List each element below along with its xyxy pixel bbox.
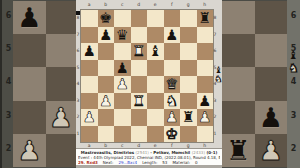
square-g4[interactable] (180, 76, 197, 93)
file-label-e: e (147, 2, 164, 8)
black-piece-p[interactable]: ♟ (164, 27, 181, 44)
square-d4[interactable] (131, 76, 148, 93)
square-f8[interactable] (164, 10, 181, 27)
file-label-c: c (114, 2, 131, 8)
background-square: ♟ (255, 134, 288, 167)
square-a5[interactable] (81, 60, 98, 77)
file-labels-top: abcdefgh (81, 2, 213, 8)
square-f6[interactable] (164, 43, 181, 60)
rank-label-2: 2 (76, 109, 80, 126)
file-label-a: a (81, 2, 98, 8)
square-a8[interactable] (81, 10, 98, 27)
background-square (255, 67, 288, 100)
rank-label-3: 3 (213, 93, 217, 110)
square-g7[interactable] (180, 27, 197, 44)
black-piece-q[interactable]: ♛ (114, 27, 131, 44)
square-d5[interactable] (131, 60, 148, 77)
background-white-piece-p: ♟ (46, 101, 77, 134)
black-piece-r[interactable]: ♜ (197, 10, 214, 27)
square-b4[interactable] (98, 76, 115, 93)
background-square (255, 1, 288, 34)
background-white-piece-p: ♟ (255, 134, 288, 167)
background-square: ♟ (13, 1, 46, 34)
background-square: ♟ (255, 101, 288, 134)
square-e4[interactable] (147, 76, 164, 93)
square-c3[interactable] (114, 93, 131, 110)
game-info-box: Mastrovasilis, Dimitrios (2541) - Petkov… (76, 148, 222, 165)
square-f3[interactable]: ♞ (164, 93, 181, 110)
square-d7[interactable] (131, 27, 148, 44)
square-e1[interactable] (147, 126, 164, 143)
white-piece-p[interactable]: ♟ (197, 109, 214, 126)
square-g1[interactable] (180, 126, 197, 143)
square-e2[interactable] (147, 109, 164, 126)
square-h5[interactable] (197, 60, 214, 77)
bottom-margin (76, 165, 222, 168)
file-label-d: d (131, 2, 148, 8)
square-e3[interactable] (147, 93, 164, 110)
background-black-piece-p: ♟ (255, 101, 288, 134)
square-f5[interactable] (164, 60, 181, 77)
background-black-piece-r: ♜ (222, 134, 255, 167)
background-black-piece-p: ♟ (13, 1, 46, 34)
white-piece-r[interactable]: ♜ (131, 93, 148, 110)
background-square (222, 101, 255, 134)
square-g6[interactable] (180, 43, 197, 60)
square-f4[interactable]: ♛ (164, 76, 181, 93)
square-b6[interactable] (98, 43, 115, 60)
background-square (46, 34, 77, 67)
square-a7[interactable] (81, 27, 98, 44)
background-square (222, 67, 255, 100)
square-c8[interactable] (114, 10, 131, 27)
background-square: ♜ (222, 134, 255, 167)
rank-labels-left: 87654321 (76, 10, 80, 142)
black-piece-r[interactable]: ♜ (180, 109, 197, 126)
square-d2[interactable] (131, 109, 148, 126)
white-piece-p[interactable]: ♟ (98, 93, 115, 110)
background-square: ♟ (13, 134, 46, 167)
material-white-knight-icon: ♞ (214, 75, 223, 84)
background-square (13, 101, 46, 134)
square-h1[interactable] (197, 126, 214, 143)
white-piece-p[interactable]: ♟ (114, 76, 131, 93)
background-squares-right: ♟♜♟ (222, 1, 287, 167)
square-c6[interactable] (114, 43, 131, 60)
white-piece-p[interactable]: ♟ (81, 109, 98, 126)
square-e6[interactable]: ♝ (147, 43, 164, 60)
square-e7[interactable] (147, 27, 164, 44)
white-piece-p[interactable]: ♟ (164, 109, 181, 126)
square-h6[interactable] (197, 43, 214, 60)
square-h8[interactable]: ♜ (197, 10, 214, 27)
square-f7[interactable]: ♟ (164, 27, 181, 44)
rank-label-6: 6 (76, 43, 80, 60)
background-square (255, 34, 288, 67)
square-h4[interactable] (197, 76, 214, 93)
square-a3[interactable] (81, 93, 98, 110)
square-a1[interactable] (81, 126, 98, 143)
black-piece-p[interactable]: ♟ (98, 27, 115, 44)
square-h7[interactable] (197, 27, 214, 44)
rank-label-6: 6 (213, 43, 217, 60)
square-e5[interactable] (147, 60, 164, 77)
rank-label-2: 2 (213, 109, 217, 126)
background-square (46, 67, 77, 100)
square-d1[interactable] (131, 126, 148, 143)
video-frame: 65432 ♟♟♟ ♝ ♞ 65432 ♟♜♟ abcdefgh 8765432… (0, 0, 300, 168)
square-c1[interactable] (114, 126, 131, 143)
black-piece-k[interactable]: ♚ (98, 10, 115, 27)
square-c4[interactable]: ♟ (114, 76, 131, 93)
black-piece-p[interactable]: ♟ (114, 60, 131, 77)
file-label-g: g (180, 2, 197, 8)
square-a2[interactable]: ♟ (81, 109, 98, 126)
white-piece-r[interactable]: ♜ (131, 43, 148, 60)
background-square (13, 67, 46, 100)
background-rank-label-4: 4 (287, 77, 300, 86)
rank-label-7: 7 (76, 27, 80, 44)
white-piece-k[interactable]: ♚ (164, 126, 181, 143)
chess-gui-panel: abcdefgh 87654321 ♚♜♟♛♟♟♜♝♟♟♛♟♜♞♟♟♟♜♟♚ 8… (76, 0, 222, 168)
square-d6[interactable]: ♜ (131, 43, 148, 60)
square-b7[interactable]: ♟ (98, 27, 115, 44)
rank-label-1: 1 (213, 126, 217, 143)
square-g8[interactable] (180, 10, 197, 27)
rank-label-1: 1 (76, 126, 80, 143)
square-c5[interactable]: ♟ (114, 60, 131, 77)
square-b1[interactable] (98, 126, 115, 143)
square-g2[interactable]: ♜ (180, 109, 197, 126)
background-board-right: ♝ ♞ 65432 ♟♜♟ (222, 0, 300, 168)
background-square (222, 1, 255, 34)
background-white-knight-icon: ♞ (287, 62, 300, 75)
rank-label-7: 7 (213, 27, 217, 44)
board[interactable]: ♚♜♟♛♟♟♜♝♟♟♛♟♜♞♟♟♟♜♟♚ (81, 10, 213, 142)
background-square (46, 134, 77, 167)
background-rank-label-2: 2 (287, 144, 300, 153)
white-piece-n[interactable]: ♞ (164, 93, 181, 110)
background-square (13, 34, 46, 67)
background-white-piece-p: ♟ (13, 134, 46, 167)
black-piece-p[interactable]: ♟ (197, 93, 214, 110)
square-g3[interactable] (180, 93, 197, 110)
rank-label-8: 8 (213, 10, 217, 27)
background-board-left: 65432 ♟♟♟ (0, 0, 76, 168)
rank-label-8: 8 (76, 10, 80, 27)
background-squares-left: ♟♟♟ (13, 1, 76, 167)
square-h3[interactable]: ♟ (197, 93, 214, 110)
square-g5[interactable] (180, 60, 197, 77)
black-piece-b[interactable]: ♝ (147, 43, 164, 60)
square-h2[interactable]: ♟ (197, 109, 214, 126)
square-e8[interactable] (147, 10, 164, 27)
rank-label-4: 4 (76, 76, 80, 93)
black-piece-p[interactable]: ♟ (81, 43, 98, 60)
background-rank-label-6: 6 (287, 11, 300, 20)
white-piece-q[interactable]: ♛ (164, 76, 181, 93)
square-b5[interactable] (98, 60, 115, 77)
square-b8[interactable]: ♚ (98, 10, 115, 27)
square-f2[interactable]: ♟ (164, 109, 181, 126)
rank-label-3: 3 (76, 93, 80, 110)
square-b2[interactable] (98, 109, 115, 126)
background-square (222, 34, 255, 67)
square-c2[interactable] (114, 109, 131, 126)
background-rank-strip-right: ♝ ♞ 65432 (287, 0, 300, 168)
square-a4[interactable] (81, 76, 98, 93)
background-square (46, 1, 77, 34)
file-label-b: b (98, 2, 115, 8)
square-f1[interactable]: ♚ (164, 126, 181, 143)
square-c7[interactable]: ♛ (114, 27, 131, 44)
square-d3[interactable]: ♜ (131, 93, 148, 110)
rank-label-5: 5 (76, 60, 80, 77)
file-label-h: h (197, 2, 214, 8)
square-a6[interactable]: ♟ (81, 43, 98, 60)
background-rank-label-5: 5 (287, 44, 300, 53)
background-square: ♟ (46, 101, 77, 134)
square-b3[interactable]: ♟ (98, 93, 115, 110)
background-rank-label-3: 3 (287, 111, 300, 120)
file-label-f: f (164, 2, 181, 8)
square-d8[interactable] (131, 10, 148, 27)
